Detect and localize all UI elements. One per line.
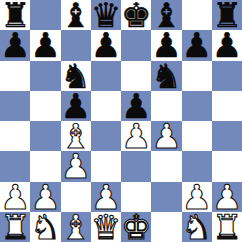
- piece-white-pawn: ♟: [181, 182, 211, 212]
- square-g6[interactable]: [182, 61, 212, 91]
- square-e6[interactable]: [121, 61, 151, 91]
- square-e1[interactable]: ♚: [121, 212, 151, 242]
- square-g4[interactable]: [182, 121, 212, 151]
- square-c8[interactable]: ♝: [61, 0, 91, 30]
- piece-white-rook: ♜: [0, 212, 30, 242]
- square-b6[interactable]: [30, 61, 60, 91]
- piece-white-pawn: ♟: [30, 182, 60, 212]
- square-g1[interactable]: ♞: [182, 212, 212, 242]
- square-d5[interactable]: [91, 91, 121, 121]
- square-f4[interactable]: ♟: [151, 121, 181, 151]
- square-a4[interactable]: [0, 121, 30, 151]
- square-b8[interactable]: [30, 0, 60, 30]
- square-d6[interactable]: [91, 61, 121, 91]
- square-g5[interactable]: [182, 91, 212, 121]
- square-e4[interactable]: ♟: [121, 121, 151, 151]
- square-d4[interactable]: [91, 121, 121, 151]
- square-f1[interactable]: [151, 212, 181, 242]
- piece-white-pawn: ♟: [212, 182, 242, 212]
- piece-black-knight: ♞: [151, 61, 181, 91]
- square-b7[interactable]: ♟: [30, 30, 60, 60]
- square-c4[interactable]: ♝: [61, 121, 91, 151]
- piece-black-bishop: ♝: [60, 0, 90, 30]
- piece-white-rook: ♜: [212, 212, 242, 242]
- square-b2[interactable]: ♟: [30, 182, 60, 212]
- square-h5[interactable]: [212, 91, 242, 121]
- piece-black-pawn: ♟: [91, 30, 121, 60]
- chess-board: ♜♝♛♚♝♜♟♟♟♟♟♟♞♞♟♟♝♟♟♟♟♟♟♟♟♜♞♝♛♚♞♜: [0, 0, 242, 242]
- piece-white-bishop: ♝: [60, 121, 90, 151]
- piece-white-queen: ♛: [91, 212, 121, 242]
- square-a2[interactable]: ♟: [0, 182, 30, 212]
- piece-black-pawn: ♟: [60, 91, 90, 121]
- square-a5[interactable]: [0, 91, 30, 121]
- square-e2[interactable]: [121, 182, 151, 212]
- square-a1[interactable]: ♜: [0, 212, 30, 242]
- square-e8[interactable]: ♚: [121, 0, 151, 30]
- piece-black-pawn: ♟: [30, 30, 60, 60]
- piece-black-queen: ♛: [91, 0, 121, 30]
- square-f5[interactable]: [151, 91, 181, 121]
- square-h3[interactable]: [212, 151, 242, 181]
- square-c5[interactable]: ♟: [61, 91, 91, 121]
- square-b5[interactable]: [30, 91, 60, 121]
- piece-white-bishop: ♝: [60, 212, 90, 242]
- square-f7[interactable]: ♟: [151, 30, 181, 60]
- square-d1[interactable]: ♛: [91, 212, 121, 242]
- square-c6[interactable]: ♞: [61, 61, 91, 91]
- piece-black-pawn: ♟: [212, 30, 242, 60]
- piece-black-pawn: ♟: [181, 30, 211, 60]
- square-g7[interactable]: ♟: [182, 30, 212, 60]
- square-h7[interactable]: ♟: [212, 30, 242, 60]
- piece-white-king: ♚: [121, 212, 151, 242]
- square-c7[interactable]: [61, 30, 91, 60]
- square-g2[interactable]: ♟: [182, 182, 212, 212]
- piece-black-rook: ♜: [0, 0, 30, 30]
- piece-white-knight: ♞: [181, 212, 211, 242]
- square-e7[interactable]: [121, 30, 151, 60]
- square-c3[interactable]: ♟: [61, 151, 91, 181]
- square-a7[interactable]: ♟: [0, 30, 30, 60]
- piece-black-pawn: ♟: [151, 30, 181, 60]
- square-g3[interactable]: [182, 151, 212, 181]
- piece-white-pawn: ♟: [0, 182, 30, 212]
- square-d2[interactable]: ♟: [91, 182, 121, 212]
- square-d3[interactable]: [91, 151, 121, 181]
- square-b3[interactable]: [30, 151, 60, 181]
- square-a8[interactable]: ♜: [0, 0, 30, 30]
- square-g8[interactable]: [182, 0, 212, 30]
- piece-white-pawn: ♟: [60, 151, 90, 181]
- square-a6[interactable]: [0, 61, 30, 91]
- piece-black-knight: ♞: [60, 61, 90, 91]
- square-e5[interactable]: ♟: [121, 91, 151, 121]
- piece-black-king: ♚: [121, 0, 151, 30]
- square-e3[interactable]: [121, 151, 151, 181]
- piece-black-bishop: ♝: [151, 0, 181, 30]
- square-h1[interactable]: ♜: [212, 212, 242, 242]
- square-c1[interactable]: ♝: [61, 212, 91, 242]
- square-b4[interactable]: [30, 121, 60, 151]
- piece-white-knight: ♞: [30, 212, 60, 242]
- square-h2[interactable]: ♟: [212, 182, 242, 212]
- square-f2[interactable]: [151, 182, 181, 212]
- square-f3[interactable]: [151, 151, 181, 181]
- square-a3[interactable]: [0, 151, 30, 181]
- piece-black-pawn: ♟: [121, 91, 151, 121]
- square-h4[interactable]: [212, 121, 242, 151]
- square-f6[interactable]: ♞: [151, 61, 181, 91]
- square-h6[interactable]: [212, 61, 242, 91]
- square-d7[interactable]: ♟: [91, 30, 121, 60]
- piece-black-pawn: ♟: [0, 30, 30, 60]
- square-c2[interactable]: [61, 182, 91, 212]
- piece-white-pawn: ♟: [121, 121, 151, 151]
- piece-white-pawn: ♟: [151, 121, 181, 151]
- square-h8[interactable]: ♜: [212, 0, 242, 30]
- piece-black-rook: ♜: [212, 0, 242, 30]
- square-d8[interactable]: ♛: [91, 0, 121, 30]
- square-f8[interactable]: ♝: [151, 0, 181, 30]
- piece-white-pawn: ♟: [91, 182, 121, 212]
- square-b1[interactable]: ♞: [30, 212, 60, 242]
